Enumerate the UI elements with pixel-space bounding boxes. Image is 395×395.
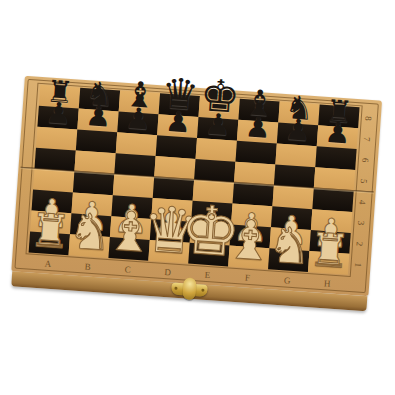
square-b2: ♟ bbox=[70, 213, 111, 237]
square-h8: ♜ bbox=[318, 104, 359, 128]
file-label-a: A bbox=[27, 254, 68, 273]
file-label-g: G bbox=[267, 271, 308, 290]
file-label-d: D bbox=[147, 263, 188, 282]
square-c2: ♟ bbox=[110, 216, 151, 240]
square-a3 bbox=[32, 190, 73, 214]
square-h2: ♟ bbox=[309, 230, 350, 254]
square-d2: ♟ bbox=[150, 219, 191, 243]
square-d7: ♟ bbox=[157, 114, 198, 138]
square-h4 bbox=[312, 188, 353, 212]
chess-set-photo: ♜♞♝♛♚♝♞♜♟♟♟♟♟♟♟♟♟♟♟♟♟♟♟♟♜♞♝♛♚♝♞♜ ABCDEFG… bbox=[0, 0, 395, 395]
rank-label-7: 7 bbox=[356, 131, 378, 148]
black-knight: ♞ bbox=[284, 91, 315, 125]
square-f1: ♝ bbox=[228, 245, 269, 269]
square-g2: ♟ bbox=[269, 227, 310, 251]
square-a6 bbox=[36, 127, 77, 151]
black-bishop: ♝ bbox=[243, 85, 277, 122]
square-d8: ♛ bbox=[159, 93, 200, 117]
black-bishop: ♝ bbox=[123, 77, 157, 114]
square-a7: ♟ bbox=[37, 106, 78, 130]
square-f7: ♟ bbox=[237, 120, 278, 144]
chess-board: ♜♞♝♛♚♝♞♜♟♟♟♟♟♟♟♟♟♟♟♟♟♟♟♟♜♞♝♛♚♝♞♜ ABCDEFG… bbox=[10, 76, 382, 315]
square-d6 bbox=[156, 135, 197, 159]
square-b3 bbox=[71, 192, 112, 216]
rank-label-6: 6 bbox=[355, 152, 377, 169]
square-c3 bbox=[111, 195, 152, 219]
square-b1: ♞ bbox=[69, 234, 110, 258]
square-f6 bbox=[235, 141, 276, 165]
square-e7: ♟ bbox=[197, 117, 238, 141]
black-knight: ♞ bbox=[84, 77, 115, 111]
square-c4 bbox=[113, 174, 154, 198]
square-e1: ♚ bbox=[188, 243, 229, 267]
square-g6 bbox=[275, 144, 316, 168]
black-queen: ♛ bbox=[160, 72, 200, 117]
square-f4 bbox=[233, 183, 274, 207]
square-b6 bbox=[76, 130, 117, 154]
square-g7: ♟ bbox=[277, 123, 318, 147]
rank-label-3: 3 bbox=[350, 214, 372, 231]
square-e3 bbox=[191, 201, 232, 225]
square-b8: ♞ bbox=[79, 88, 120, 112]
square-e8: ♚ bbox=[198, 96, 239, 120]
square-e4 bbox=[193, 180, 234, 204]
file-label-e: E bbox=[187, 266, 228, 285]
square-d4 bbox=[153, 177, 194, 201]
square-b7: ♟ bbox=[77, 109, 118, 133]
square-g3 bbox=[271, 206, 312, 230]
file-label-c: C bbox=[107, 260, 148, 279]
square-c6 bbox=[116, 132, 157, 156]
rank-label-2: 2 bbox=[349, 235, 371, 252]
board-top: ♜♞♝♛♚♝♞♜♟♟♟♟♟♟♟♟♟♟♟♟♟♟♟♟♜♞♝♛♚♝♞♜ ABCDEFG… bbox=[11, 76, 382, 296]
square-a4 bbox=[33, 169, 74, 193]
square-c8: ♝ bbox=[119, 90, 160, 114]
square-a2: ♟ bbox=[30, 211, 71, 235]
rank-label-1: 1 bbox=[348, 256, 370, 273]
square-h1: ♜ bbox=[308, 251, 349, 275]
square-b4 bbox=[73, 171, 114, 195]
square-a8: ♜ bbox=[39, 85, 80, 109]
square-a1: ♜ bbox=[29, 232, 70, 256]
square-c7: ♟ bbox=[117, 111, 158, 135]
square-h6 bbox=[315, 146, 356, 170]
square-f3 bbox=[231, 204, 272, 228]
square-h7: ♟ bbox=[317, 125, 358, 149]
square-d1: ♛ bbox=[148, 240, 189, 264]
black-rook: ♜ bbox=[45, 76, 74, 108]
square-e6 bbox=[196, 138, 237, 162]
square-f2: ♟ bbox=[230, 225, 271, 249]
black-rook: ♜ bbox=[325, 96, 354, 128]
file-label-b: B bbox=[67, 257, 108, 276]
file-label-h: H bbox=[307, 274, 348, 293]
square-g1: ♞ bbox=[268, 248, 309, 272]
square-g4 bbox=[272, 185, 313, 209]
square-c1: ♝ bbox=[108, 237, 149, 261]
square-h3 bbox=[311, 209, 352, 233]
rank-label-4: 4 bbox=[352, 193, 374, 210]
file-label-f: F bbox=[227, 268, 268, 287]
square-f8: ♝ bbox=[238, 99, 279, 123]
square-e2: ♟ bbox=[190, 222, 231, 246]
black-king: ♚ bbox=[199, 73, 241, 120]
rank-label-8: 8 bbox=[358, 110, 380, 127]
square-g8: ♞ bbox=[278, 102, 319, 126]
square-d3 bbox=[151, 198, 192, 222]
rank-label-5: 5 bbox=[353, 172, 375, 189]
